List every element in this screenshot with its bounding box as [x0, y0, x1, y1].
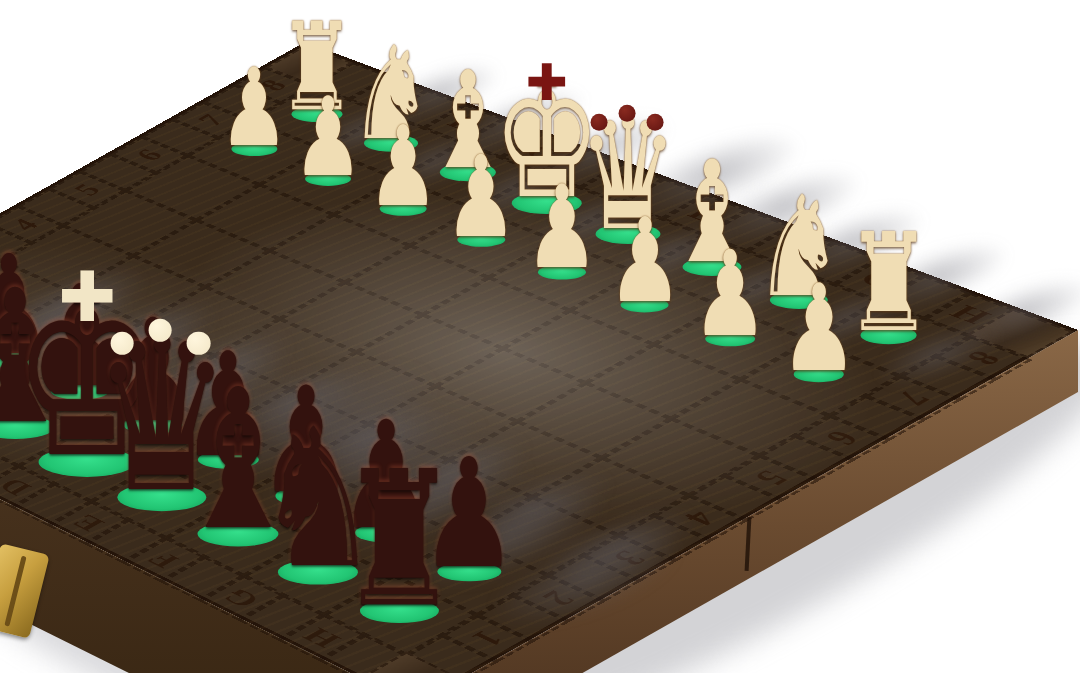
cream-p-glyph: ♟ — [607, 202, 682, 318]
chess-set-photo: AABBCCDDEEFFGGHH8877665544332211 ♜♞♝♚✚♛♝… — [0, 0, 1080, 673]
cream-p-glyph: ♟ — [367, 111, 439, 222]
dark-queen-crown-ball — [110, 331, 133, 354]
hinge-slot — [4, 555, 26, 626]
cream-p-glyph: ♟ — [780, 268, 858, 388]
cream-queen-crown-ball — [646, 114, 663, 131]
piece-dark-rook-h1[interactable]: ♜ — [316, 447, 483, 633]
dark-queen-crown-ball — [149, 319, 172, 342]
piece-cream-pawn-h7[interactable]: ♟ — [765, 268, 873, 388]
cream-p-glyph: ♟ — [292, 82, 363, 191]
cream-p-glyph: ♟ — [525, 171, 599, 286]
dark-r-glyph: ♜ — [339, 447, 459, 633]
cream-p-glyph: ♟ — [692, 235, 768, 353]
cream-queen-crown-ball — [591, 114, 608, 131]
cream-p-glyph: ♟ — [445, 140, 518, 253]
